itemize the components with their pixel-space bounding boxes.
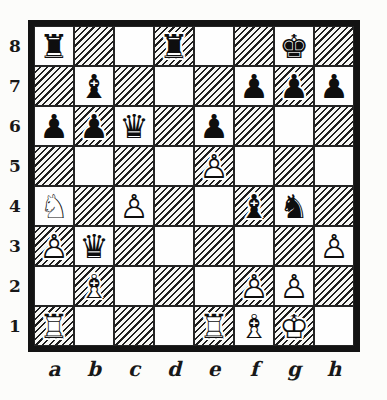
square-f4: ♝♝: [234, 186, 274, 226]
chess-board: ♜♜♜♜♚♚♝♝♟♟♟♟♟♟♟♟♟♟♛♛♟♟♟♙♞♘♟♙♝♝♞♞♟♙♛♛♟♙♝♗…: [34, 26, 354, 346]
square-c6: ♛♛: [114, 106, 154, 146]
square-h2: [314, 266, 354, 306]
square-h4: [314, 186, 354, 226]
square-f3: [234, 226, 274, 266]
square-a5: [34, 146, 74, 186]
white-king: ♔: [274, 306, 314, 346]
square-b3: ♛♛: [74, 226, 114, 266]
square-a4: ♞♘: [34, 186, 74, 226]
rank-label-2: 2: [5, 266, 25, 306]
square-e2: [194, 266, 234, 306]
square-h8: [314, 26, 354, 66]
square-c4: ♟♙: [114, 186, 154, 226]
square-h3: ♟♙: [314, 226, 354, 266]
square-b1: [74, 306, 114, 346]
white-pawn: ♙: [34, 226, 74, 266]
black-queen: ♛: [114, 106, 154, 146]
square-b2: ♝♗: [74, 266, 114, 306]
square-h5: [314, 146, 354, 186]
square-d1: [154, 306, 194, 346]
square-f5: [234, 146, 274, 186]
square-g2: ♟♙: [274, 266, 314, 306]
square-c2: [114, 266, 154, 306]
rank-label-7: 7: [5, 66, 25, 106]
square-b4: [74, 186, 114, 226]
file-label-h: h: [314, 353, 354, 385]
rank-labels: 87654321: [5, 26, 25, 346]
white-pawn: ♙: [194, 146, 234, 186]
square-d6: [154, 106, 194, 146]
rank-label-4: 4: [5, 186, 25, 226]
file-label-e: e: [194, 353, 234, 385]
square-a3: ♟♙: [34, 226, 74, 266]
square-g8: ♚♚: [274, 26, 314, 66]
file-label-c: c: [114, 353, 154, 385]
square-g4: ♞♞: [274, 186, 314, 226]
square-g5: [274, 146, 314, 186]
square-c1: [114, 306, 154, 346]
white-bishop: ♗: [74, 266, 114, 306]
rank-label-8: 8: [5, 26, 25, 66]
square-c8: [114, 26, 154, 66]
board-frame: ♜♜♜♜♚♚♝♝♟♟♟♟♟♟♟♟♟♟♛♛♟♟♟♙♞♘♟♙♝♝♞♞♟♙♛♛♟♙♝♗…: [28, 20, 360, 352]
file-label-a: a: [34, 353, 74, 385]
file-labels: abcdefgh: [34, 353, 354, 385]
white-rook: ♖: [194, 306, 234, 346]
square-f1: ♝♗: [234, 306, 274, 346]
black-pawn: ♟: [194, 106, 234, 146]
black-knight: ♞: [274, 186, 314, 226]
square-a7: [34, 66, 74, 106]
black-queen: ♛: [74, 226, 114, 266]
square-h1: [314, 306, 354, 346]
square-a2: [34, 266, 74, 306]
square-b7: ♝♝: [74, 66, 114, 106]
square-e7: [194, 66, 234, 106]
rank-label-6: 6: [5, 106, 25, 146]
square-g1: ♚♔: [274, 306, 314, 346]
square-d2: [154, 266, 194, 306]
square-e8: [194, 26, 234, 66]
white-pawn: ♙: [114, 186, 154, 226]
file-label-b: b: [74, 353, 114, 385]
square-a6: ♟♟: [34, 106, 74, 146]
square-e4: [194, 186, 234, 226]
file-label-d: d: [154, 353, 194, 385]
square-b6: ♟♟: [74, 106, 114, 146]
square-d3: [154, 226, 194, 266]
white-pawn: ♙: [274, 266, 314, 306]
square-d4: [154, 186, 194, 226]
black-rook: ♜: [34, 26, 74, 66]
black-bishop: ♝: [234, 186, 274, 226]
white-pawn: ♙: [234, 266, 274, 306]
square-g7: ♟♟: [274, 66, 314, 106]
square-c3: [114, 226, 154, 266]
square-f6: [234, 106, 274, 146]
black-bishop: ♝: [74, 66, 114, 106]
rank-label-5: 5: [5, 146, 25, 186]
square-e1: ♜♖: [194, 306, 234, 346]
square-h6: [314, 106, 354, 146]
square-f2: ♟♙: [234, 266, 274, 306]
white-knight: ♘: [34, 186, 74, 226]
black-pawn: ♟: [234, 66, 274, 106]
white-bishop: ♗: [234, 306, 274, 346]
square-e6: ♟♟: [194, 106, 234, 146]
white-pawn: ♙: [314, 226, 354, 266]
black-rook: ♜: [154, 26, 194, 66]
black-pawn: ♟: [314, 66, 354, 106]
black-king: ♚: [274, 26, 314, 66]
file-label-f: f: [234, 353, 274, 385]
square-b8: [74, 26, 114, 66]
black-pawn: ♟: [74, 106, 114, 146]
square-g3: [274, 226, 314, 266]
square-a1: ♜♖: [34, 306, 74, 346]
square-c7: [114, 66, 154, 106]
square-f8: [234, 26, 274, 66]
square-a8: ♜♜: [34, 26, 74, 66]
square-e5: ♟♙: [194, 146, 234, 186]
square-h7: ♟♟: [314, 66, 354, 106]
square-d8: ♜♜: [154, 26, 194, 66]
black-pawn: ♟: [34, 106, 74, 146]
rank-label-3: 3: [5, 226, 25, 266]
black-pawn: ♟: [274, 66, 314, 106]
rank-label-1: 1: [5, 306, 25, 346]
square-g6: [274, 106, 314, 146]
square-f7: ♟♟: [234, 66, 274, 106]
square-b5: [74, 146, 114, 186]
square-c5: [114, 146, 154, 186]
white-rook: ♖: [34, 306, 74, 346]
file-label-g: g: [274, 353, 314, 385]
square-d5: [154, 146, 194, 186]
square-e3: [194, 226, 234, 266]
square-d7: [154, 66, 194, 106]
